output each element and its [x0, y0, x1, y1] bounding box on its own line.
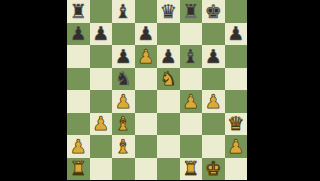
- square-h7[interactable]: ♟: [225, 23, 248, 46]
- square-c2[interactable]: ♝: [112, 135, 135, 158]
- square-b6[interactable]: [90, 45, 113, 68]
- square-a1[interactable]: ♜: [67, 158, 90, 181]
- square-g1[interactable]: ♚: [202, 158, 225, 181]
- square-e7[interactable]: [157, 23, 180, 46]
- piece-white-rook[interactable]: ♜: [182, 159, 199, 178]
- piece-white-pawn[interactable]: ♟: [227, 136, 244, 155]
- square-f5[interactable]: [180, 68, 203, 91]
- square-f3[interactable]: [180, 113, 203, 136]
- square-h3[interactable]: ♛: [225, 113, 248, 136]
- square-c7[interactable]: [112, 23, 135, 46]
- square-b2[interactable]: [90, 135, 113, 158]
- piece-black-knight[interactable]: ♞: [115, 69, 132, 88]
- square-b1[interactable]: [90, 158, 113, 181]
- square-g8[interactable]: ♚: [202, 0, 225, 23]
- piece-white-pawn[interactable]: ♟: [115, 91, 132, 110]
- square-c3[interactable]: ♝: [112, 113, 135, 136]
- square-h5[interactable]: [225, 68, 248, 91]
- square-d1[interactable]: [135, 158, 158, 181]
- piece-black-pawn[interactable]: ♟: [205, 46, 222, 65]
- square-c8[interactable]: ♝: [112, 0, 135, 23]
- piece-black-queen[interactable]: ♛: [160, 1, 177, 20]
- square-e2[interactable]: [157, 135, 180, 158]
- square-g5[interactable]: [202, 68, 225, 91]
- piece-white-pawn[interactable]: ♟: [92, 114, 109, 133]
- piece-white-queen[interactable]: ♛: [227, 114, 244, 133]
- square-a5[interactable]: [67, 68, 90, 91]
- square-f1[interactable]: ♜: [180, 158, 203, 181]
- square-f4[interactable]: ♟: [180, 90, 203, 113]
- square-h1[interactable]: [225, 158, 248, 181]
- square-h2[interactable]: ♟: [225, 135, 248, 158]
- square-g3[interactable]: [202, 113, 225, 136]
- square-e3[interactable]: [157, 113, 180, 136]
- square-d5[interactable]: [135, 68, 158, 91]
- square-a4[interactable]: [67, 90, 90, 113]
- square-f6[interactable]: ♝: [180, 45, 203, 68]
- square-b4[interactable]: [90, 90, 113, 113]
- piece-black-pawn[interactable]: ♟: [92, 24, 109, 43]
- square-g7[interactable]: [202, 23, 225, 46]
- square-d6[interactable]: ♟: [135, 45, 158, 68]
- piece-black-pawn[interactable]: ♟: [137, 24, 154, 43]
- square-h8[interactable]: [225, 0, 248, 23]
- square-c6[interactable]: ♟: [112, 45, 135, 68]
- square-b8[interactable]: [90, 0, 113, 23]
- piece-black-pawn[interactable]: ♟: [115, 46, 132, 65]
- piece-white-rook[interactable]: ♜: [70, 159, 87, 178]
- square-e6[interactable]: ♟: [157, 45, 180, 68]
- square-e8[interactable]: ♛: [157, 0, 180, 23]
- piece-white-pawn[interactable]: ♟: [70, 136, 87, 155]
- square-d4[interactable]: [135, 90, 158, 113]
- square-h6[interactable]: [225, 45, 248, 68]
- piece-white-pawn[interactable]: ♟: [137, 46, 154, 65]
- chess-board[interactable]: ♜♝♛♜♚♟♟♟♟♟♟♟♝♟♞♞♟♟♟♟♝♛♟♝♟♜♜♚: [67, 0, 247, 180]
- piece-black-pawn[interactable]: ♟: [160, 46, 177, 65]
- square-e5[interactable]: ♞: [157, 68, 180, 91]
- square-d3[interactable]: [135, 113, 158, 136]
- square-c4[interactable]: ♟: [112, 90, 135, 113]
- letterbox-left: [0, 0, 67, 180]
- piece-white-bishop[interactable]: ♝: [115, 136, 132, 155]
- square-g4[interactable]: ♟: [202, 90, 225, 113]
- square-a2[interactable]: ♟: [67, 135, 90, 158]
- piece-white-pawn[interactable]: ♟: [182, 91, 199, 110]
- square-d8[interactable]: [135, 0, 158, 23]
- square-b3[interactable]: ♟: [90, 113, 113, 136]
- piece-black-rook[interactable]: ♜: [70, 1, 87, 20]
- square-a3[interactable]: [67, 113, 90, 136]
- square-a8[interactable]: ♜: [67, 0, 90, 23]
- piece-black-king[interactable]: ♚: [205, 1, 222, 20]
- square-c5[interactable]: ♞: [112, 68, 135, 91]
- piece-black-pawn[interactable]: ♟: [227, 24, 244, 43]
- square-c1[interactable]: [112, 158, 135, 181]
- square-f2[interactable]: [180, 135, 203, 158]
- piece-black-pawn[interactable]: ♟: [70, 24, 87, 43]
- square-f7[interactable]: [180, 23, 203, 46]
- piece-black-rook[interactable]: ♜: [182, 1, 199, 20]
- letterbox-right: [247, 0, 320, 180]
- square-e1[interactable]: [157, 158, 180, 181]
- square-h4[interactable]: [225, 90, 248, 113]
- square-b5[interactable]: [90, 68, 113, 91]
- piece-white-bishop[interactable]: ♝: [115, 114, 132, 133]
- piece-black-bishop[interactable]: ♝: [182, 46, 199, 65]
- piece-white-king[interactable]: ♚: [205, 159, 222, 178]
- piece-white-knight[interactable]: ♞: [160, 69, 177, 88]
- square-g6[interactable]: ♟: [202, 45, 225, 68]
- square-f8[interactable]: ♜: [180, 0, 203, 23]
- square-e4[interactable]: [157, 90, 180, 113]
- square-d7[interactable]: ♟: [135, 23, 158, 46]
- square-d2[interactable]: [135, 135, 158, 158]
- screenshot-stage: ♜♝♛♜♚♟♟♟♟♟♟♟♝♟♞♞♟♟♟♟♝♛♟♝♟♜♜♚: [0, 0, 320, 180]
- square-b7[interactable]: ♟: [90, 23, 113, 46]
- piece-black-bishop[interactable]: ♝: [115, 1, 132, 20]
- square-a6[interactable]: [67, 45, 90, 68]
- square-a7[interactable]: ♟: [67, 23, 90, 46]
- square-g2[interactable]: [202, 135, 225, 158]
- piece-white-pawn[interactable]: ♟: [205, 91, 222, 110]
